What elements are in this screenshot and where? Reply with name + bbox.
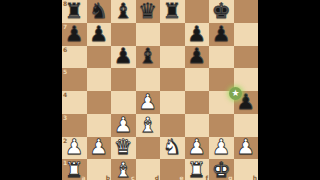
piece-black-pawn-c6[interactable]: ♟ xyxy=(111,46,136,69)
square-f6[interactable]: ♟ xyxy=(185,46,210,69)
square-e8[interactable]: ♜ xyxy=(160,0,185,23)
square-b4[interactable] xyxy=(87,91,112,114)
square-d7[interactable] xyxy=(136,23,161,46)
square-a3[interactable]: 3 xyxy=(62,114,87,137)
piece-black-pawn-b7[interactable]: ♟ xyxy=(87,23,112,46)
piece-black-knight-b8[interactable]: ♞ xyxy=(87,0,112,23)
square-g8[interactable]: ♚ xyxy=(209,0,234,23)
square-e5[interactable] xyxy=(160,68,185,91)
piece-white-knight-e2[interactable]: ♞ xyxy=(160,137,185,160)
square-c3[interactable]: ♟ xyxy=(111,114,136,137)
square-c8[interactable]: ♝ xyxy=(111,0,136,23)
piece-white-pawn-b2[interactable]: ♟ xyxy=(87,137,112,160)
square-b3[interactable] xyxy=(87,114,112,137)
rank-label-2: 2 xyxy=(63,138,67,144)
square-d8[interactable]: ♛ xyxy=(136,0,161,23)
piece-black-pawn-f7[interactable]: ♟ xyxy=(185,23,210,46)
piece-white-pawn-h2[interactable]: ♟ xyxy=(234,137,259,160)
square-d4[interactable]: ♟ xyxy=(136,91,161,114)
square-b1[interactable]: b xyxy=(87,159,112,180)
square-g6[interactable] xyxy=(209,46,234,69)
square-h8[interactable] xyxy=(234,0,259,23)
square-d3[interactable]: ♝ xyxy=(136,114,161,137)
piece-black-pawn-g7[interactable]: ♟ xyxy=(209,23,234,46)
square-h7[interactable] xyxy=(234,23,259,46)
square-g5[interactable] xyxy=(209,68,234,91)
square-a2[interactable]: 2♟ xyxy=(62,137,87,160)
square-c2[interactable]: ♛ xyxy=(111,137,136,160)
piece-white-pawn-g2[interactable]: ♟ xyxy=(209,137,234,160)
square-f8[interactable] xyxy=(185,0,210,23)
square-d5[interactable] xyxy=(136,68,161,91)
piece-white-queen-c2[interactable]: ♛ xyxy=(111,137,136,160)
square-a8[interactable]: 8♜ xyxy=(62,0,87,23)
piece-black-pawn-f6[interactable]: ♟ xyxy=(185,46,210,69)
file-label-f: f xyxy=(205,175,208,180)
piece-black-queen-d8[interactable]: ♛ xyxy=(136,0,161,23)
best-move-star-badge: ★ xyxy=(229,87,242,100)
piece-white-bishop-d3[interactable]: ♝ xyxy=(136,114,161,137)
square-f7[interactable]: ♟ xyxy=(185,23,210,46)
square-c5[interactable] xyxy=(111,68,136,91)
square-c4[interactable] xyxy=(111,91,136,114)
square-b8[interactable]: ♞ xyxy=(87,0,112,23)
square-e6[interactable] xyxy=(160,46,185,69)
rank-label-8: 8 xyxy=(63,1,67,7)
square-g7[interactable]: ♟ xyxy=(209,23,234,46)
square-g2[interactable]: ♟ xyxy=(209,137,234,160)
chess-board: 8♜♞♝♛♜♚7♟♟♟♟6♟♝♟54♟♟3♟♝2♟♟♛♞♟♟♟1a♜bc♝def… xyxy=(62,0,258,180)
rank-label-7: 7 xyxy=(63,24,67,30)
square-d2[interactable] xyxy=(136,137,161,160)
square-b5[interactable] xyxy=(87,68,112,91)
square-a5[interactable]: 5 xyxy=(62,68,87,91)
square-e1[interactable]: e xyxy=(160,159,185,180)
piece-black-rook-e8[interactable]: ♜ xyxy=(160,0,185,23)
square-h1[interactable]: h xyxy=(234,159,259,180)
square-e4[interactable] xyxy=(160,91,185,114)
square-c7[interactable] xyxy=(111,23,136,46)
square-c1[interactable]: c♝ xyxy=(111,159,136,180)
square-g1[interactable]: g♚ xyxy=(209,159,234,180)
piece-black-bishop-c8[interactable]: ♝ xyxy=(111,0,136,23)
rank-label-6: 6 xyxy=(63,47,67,53)
rank-label-5: 5 xyxy=(63,69,67,75)
piece-white-pawn-d4[interactable]: ♟ xyxy=(136,91,161,114)
square-a6[interactable]: 6 xyxy=(62,46,87,69)
piece-black-bishop-d6[interactable]: ♝ xyxy=(136,46,161,69)
square-b7[interactable]: ♟ xyxy=(87,23,112,46)
piece-black-king-g8[interactable]: ♚ xyxy=(209,0,234,23)
piece-white-pawn-f2[interactable]: ♟ xyxy=(185,137,210,160)
piece-white-pawn-c3[interactable]: ♟ xyxy=(111,114,136,137)
square-f5[interactable] xyxy=(185,68,210,91)
file-label-b: b xyxy=(106,175,110,180)
rank-label-3: 3 xyxy=(63,115,67,121)
square-f1[interactable]: f♜ xyxy=(185,159,210,180)
square-f4[interactable] xyxy=(185,91,210,114)
square-g3[interactable] xyxy=(209,114,234,137)
square-b6[interactable] xyxy=(87,46,112,69)
square-a4[interactable]: 4 xyxy=(62,91,87,114)
video-frame: 8♜♞♝♛♜♚7♟♟♟♟6♟♝♟54♟♟3♟♝2♟♟♛♞♟♟♟1a♜bc♝def… xyxy=(0,0,320,180)
square-b2[interactable]: ♟ xyxy=(87,137,112,160)
square-c6[interactable]: ♟ xyxy=(111,46,136,69)
square-h3[interactable] xyxy=(234,114,259,137)
square-h6[interactable] xyxy=(234,46,259,69)
square-e7[interactable] xyxy=(160,23,185,46)
rank-label-1: 1 xyxy=(63,160,67,166)
square-d1[interactable]: d xyxy=(136,159,161,180)
square-f3[interactable] xyxy=(185,114,210,137)
file-label-d: d xyxy=(155,175,159,180)
square-h2[interactable]: ♟ xyxy=(234,137,259,160)
square-d6[interactable]: ♝ xyxy=(136,46,161,69)
file-label-c: c xyxy=(131,175,135,180)
square-e2[interactable]: ♞ xyxy=(160,137,185,160)
file-label-a: a xyxy=(81,175,85,180)
square-e3[interactable] xyxy=(160,114,185,137)
file-label-e: e xyxy=(179,175,183,180)
file-label-g: g xyxy=(228,175,232,180)
rank-label-4: 4 xyxy=(63,92,67,98)
file-label-h: h xyxy=(253,175,257,180)
square-f2[interactable]: ♟ xyxy=(185,137,210,160)
square-a1[interactable]: 1a♜ xyxy=(62,159,87,180)
square-a7[interactable]: 7♟ xyxy=(62,23,87,46)
